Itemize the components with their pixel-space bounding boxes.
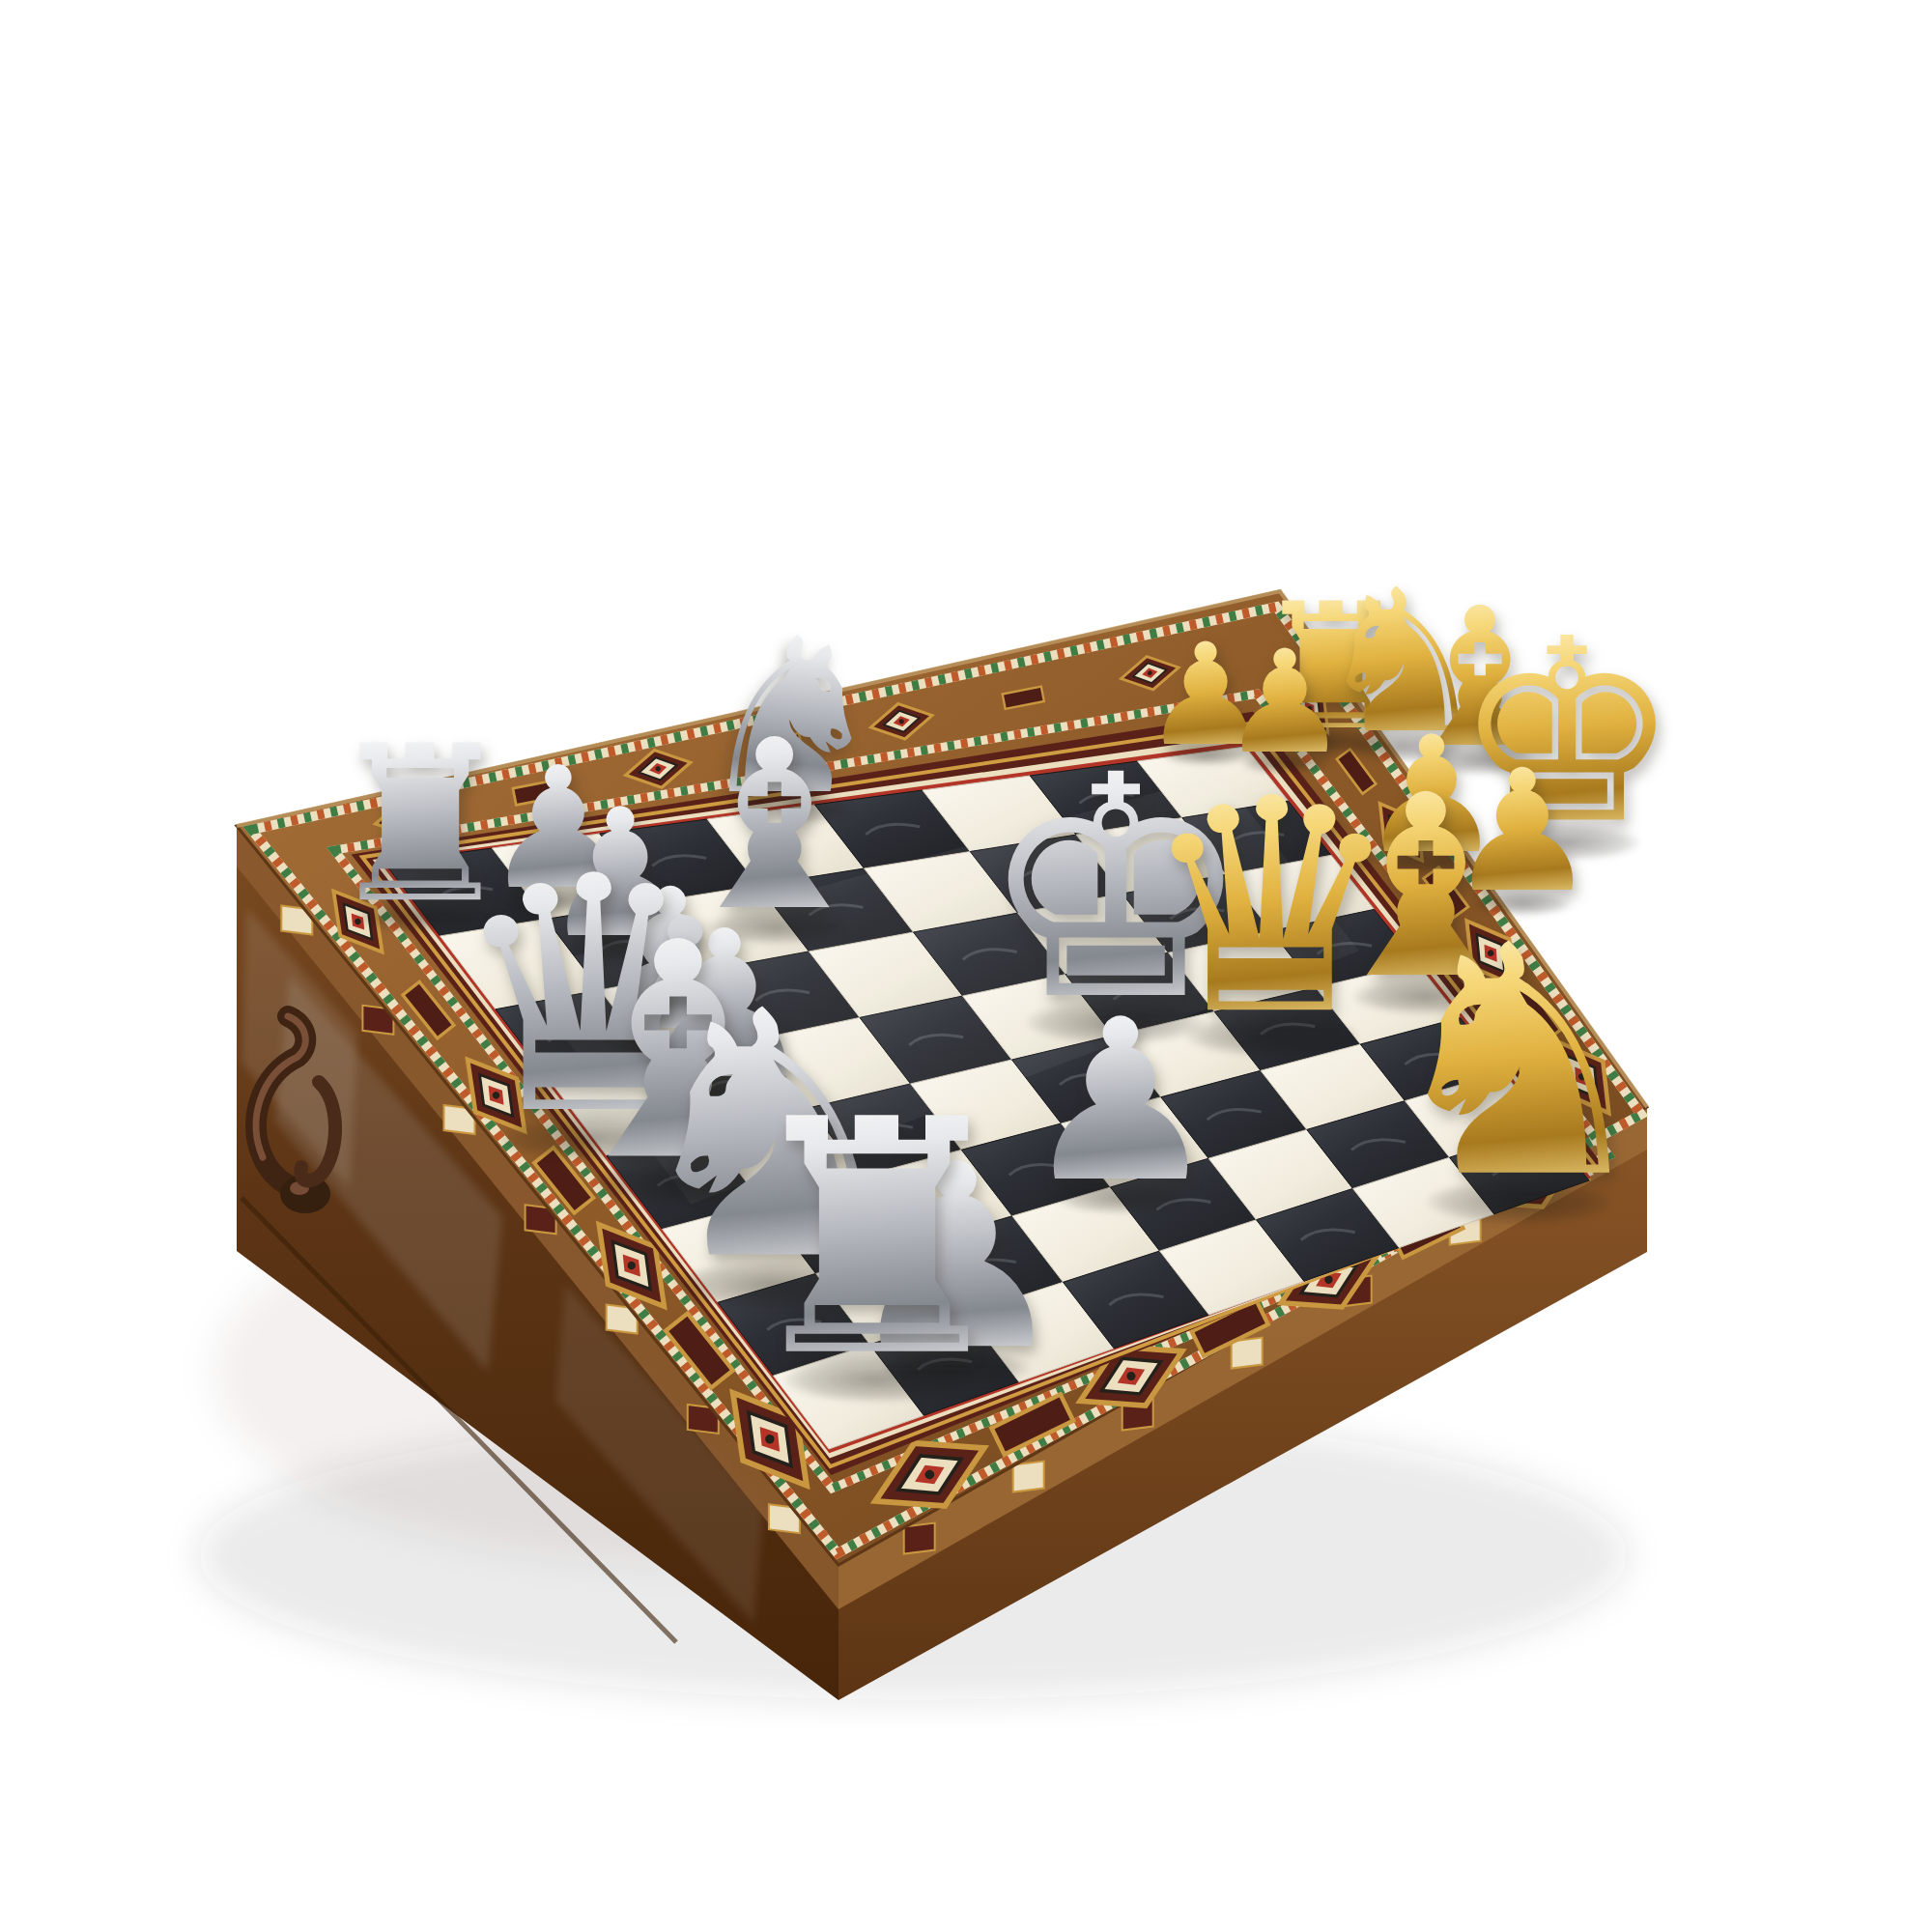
board-and-box-graphic: [0, 0, 1932, 1932]
chess-set-photo: ♜♞♟♝♟♞♚♟♟♟♜♝♟♝♚♛♟♟♛♝♟♞♞♟♜: [0, 0, 1932, 1932]
